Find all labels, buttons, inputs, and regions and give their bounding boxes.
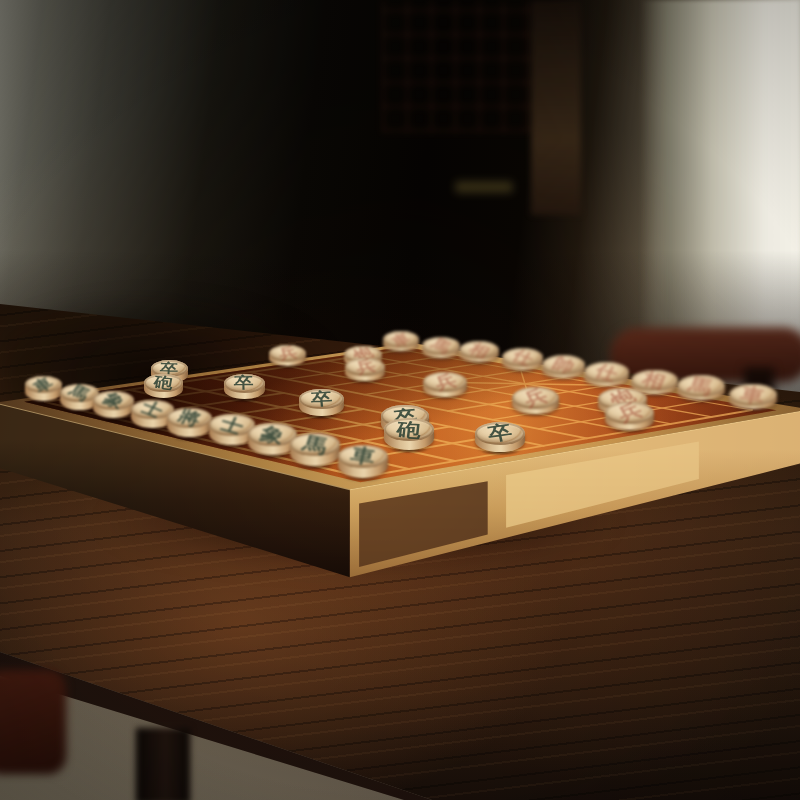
piece-top-face: 砲: [144, 374, 183, 392]
piece-red-soldier[interactable]: 兵: [423, 372, 467, 405]
piece-black-soldier[interactable]: 卒: [224, 374, 265, 407]
piece-character: 馬: [67, 384, 93, 402]
piece-top-face: 兵: [423, 372, 467, 392]
piece-top-face: 車: [729, 384, 777, 406]
piece-character: 車: [389, 331, 414, 348]
piece-character: 帥: [550, 355, 577, 375]
piece-red-general[interactable]: 帥: [542, 355, 585, 386]
piece-top-face: 車: [383, 331, 420, 348]
piece-top-face: 仕: [584, 362, 629, 383]
photo-scene: 車馬象士將士象馬車砲砲卒卒卒卒卒兵兵兵兵兵炮炮車馬相仕帥仕相馬車: [0, 0, 800, 800]
piece-character: 砲: [396, 420, 422, 440]
piece-character: 士: [139, 400, 166, 420]
piece-character: 象: [258, 423, 287, 445]
piece-red-soldier[interactable]: 兵: [605, 402, 654, 438]
piece-character: 卒: [486, 422, 514, 444]
piece-red-horse[interactable]: 馬: [422, 337, 460, 365]
piece-top-face: 卒: [224, 374, 265, 393]
piece-top-face: 兵: [269, 345, 306, 362]
piece-character: 車: [348, 445, 376, 467]
piece-black-chariot[interactable]: 車: [25, 376, 63, 409]
piece-black-chariot[interactable]: 車: [338, 445, 388, 486]
piece-top-face: 卒: [475, 422, 525, 445]
piece-character: 兵: [277, 345, 299, 362]
piece-red-chariot[interactable]: 車: [383, 331, 420, 359]
piece-character: 相: [466, 341, 492, 359]
piece-character: 士: [218, 414, 247, 435]
piece-red-soldier[interactable]: 兵: [269, 345, 306, 375]
piece-top-face: 馬: [677, 375, 725, 397]
piece-character: 馬: [429, 337, 454, 355]
piece-black-soldier[interactable]: 卒: [299, 389, 343, 424]
piece-top-face: 車: [338, 445, 388, 468]
piece-character: 砲: [153, 374, 174, 391]
piece-black-elephant[interactable]: 象: [93, 391, 134, 426]
piece-black-general[interactable]: 將: [167, 408, 212, 445]
piece-character: 車: [31, 376, 56, 393]
piece-character: 卒: [310, 390, 333, 408]
piece-character: 兵: [521, 387, 551, 409]
piece-character: 兵: [614, 402, 645, 425]
piece-top-face: 砲: [384, 418, 434, 441]
piece-character: 兵: [353, 358, 377, 377]
piece-red-chariot[interactable]: 車: [729, 384, 777, 418]
piece-red-horse[interactable]: 馬: [677, 375, 725, 409]
piece-character: 象: [100, 391, 127, 410]
piece-character: 馬: [300, 433, 329, 456]
pieces-layer: 車馬象士將士象馬車砲砲卒卒卒卒卒兵兵兵兵兵炮炮車馬相仕帥仕相馬車: [0, 0, 800, 800]
piece-top-face: 仕: [502, 348, 543, 367]
piece-red-elephant[interactable]: 相: [459, 341, 499, 370]
piece-character: 兵: [432, 372, 459, 392]
piece-top-face: 馬: [422, 337, 460, 355]
piece-red-soldier[interactable]: 兵: [512, 387, 559, 422]
piece-character: 馬: [687, 375, 715, 397]
piece-red-soldier[interactable]: 兵: [345, 358, 385, 389]
piece-character: 卒: [234, 376, 254, 392]
piece-black-horse[interactable]: 馬: [290, 433, 340, 474]
piece-black-soldier[interactable]: 卒: [475, 422, 525, 461]
piece-character: 仕: [593, 362, 621, 383]
piece-red-advisor[interactable]: 仕: [502, 348, 543, 378]
piece-top-face: 帥: [542, 355, 585, 375]
piece-black-cannon[interactable]: 砲: [384, 418, 434, 458]
piece-character: 將: [176, 408, 204, 429]
piece-top-face: 卒: [299, 389, 343, 409]
piece-character: 仕: [509, 348, 535, 367]
piece-top-face: 兵: [512, 387, 559, 409]
piece-character: 車: [739, 384, 767, 405]
piece-top-face: 馬: [290, 433, 340, 456]
